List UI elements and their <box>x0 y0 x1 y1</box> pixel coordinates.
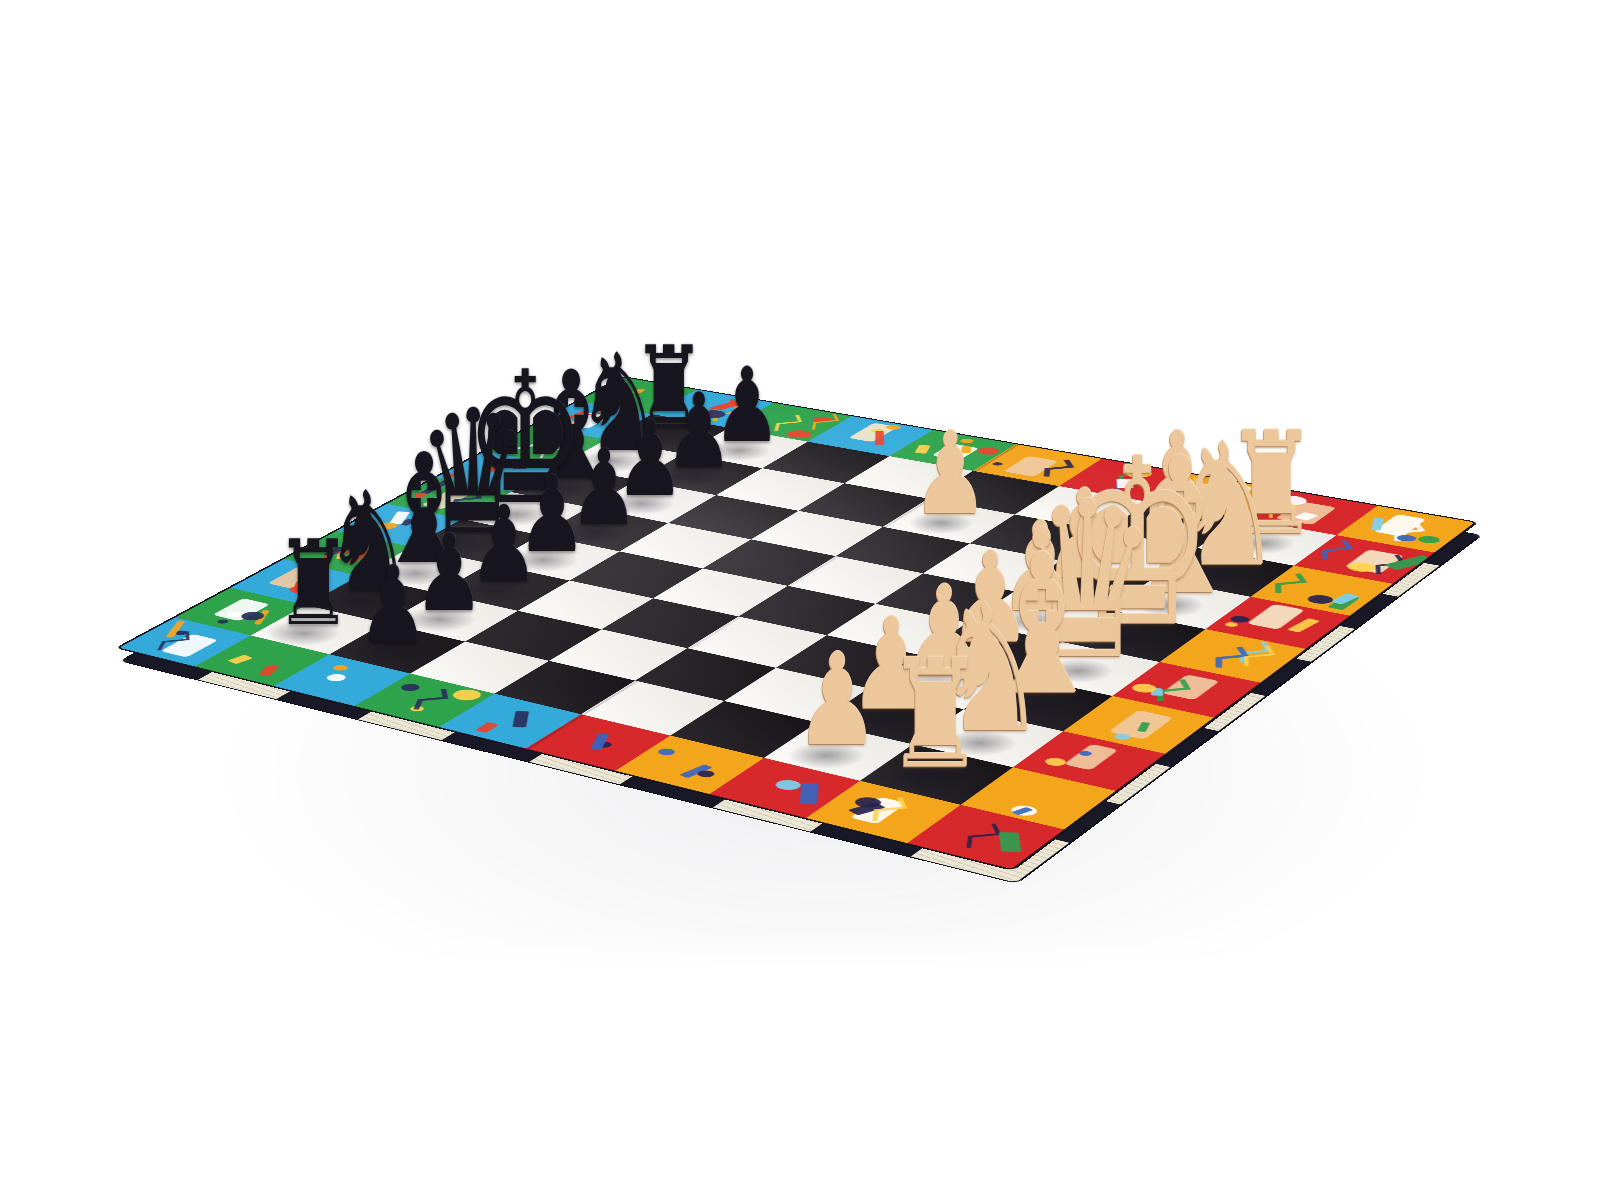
pieces-layer: ♜♞♝♛♚♝♞♜♟♟♟♟♟♟♟♟♟♟♟♟♟♟♟♟♜♞♝♛♚♝♞♜ <box>0 0 1600 1200</box>
piece-black-rook-a8[interactable]: ♜ <box>274 525 352 642</box>
piece-white-pawn-a2[interactable]: ♟ <box>794 638 878 765</box>
chess-set-photo: ♜♞♝♛♚♝♞♜♟♟♟♟♟♟♟♟♟♟♟♟♟♟♟♟♜♞♝♛♚♝♞♜ <box>0 0 1600 1200</box>
piece-black-pawn-a7[interactable]: ♟ <box>357 552 428 659</box>
piece-white-pawn-g4[interactable]: ♟ <box>912 418 988 532</box>
piece-white-rook-a1[interactable]: ♜ <box>886 640 985 790</box>
